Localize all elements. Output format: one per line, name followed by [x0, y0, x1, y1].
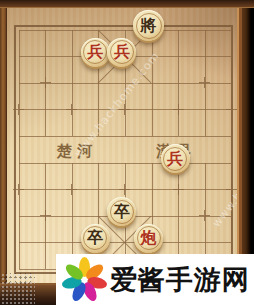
compression-artifacts	[1, 273, 35, 305]
piece-glyph: 卒	[107, 197, 136, 226]
site-logo-flower-icon	[60, 256, 108, 304]
piece-glyph: 將	[133, 10, 164, 41]
piece-red-soldier[interactable]: 兵	[107, 38, 136, 67]
piece-glyph: 兵	[107, 38, 136, 67]
piece-glyph: 兵	[81, 38, 110, 67]
piece-black-general[interactable]: 將	[133, 10, 164, 41]
wood-frame-left	[0, 0, 7, 305]
piece-glyph: 炮	[134, 224, 163, 253]
wood-frame-top	[0, 0, 254, 8]
xiangqi-game-screenshot: 楚河 漢界 www.hackhome.com www.hackhome.com …	[0, 0, 254, 305]
piece-black-soldier[interactable]: 卒	[81, 224, 110, 253]
piece-black-soldier[interactable]: 卒	[107, 197, 136, 226]
piece-glyph: 卒	[81, 224, 110, 253]
piece-red-soldier[interactable]: 兵	[81, 38, 110, 67]
site-name: 爱酱手游网	[110, 262, 250, 298]
piece-glyph: 兵	[161, 144, 190, 173]
piece-red-cannon[interactable]: 炮	[134, 224, 163, 253]
piece-red-soldier[interactable]: 兵	[161, 144, 190, 173]
site-banner: 爱酱手游网	[56, 254, 254, 305]
